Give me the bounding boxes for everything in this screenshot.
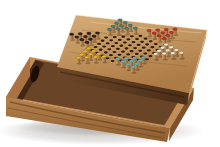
- hole-empty: [121, 36, 125, 38]
- hole-empty: [105, 57, 109, 59]
- peg-top-white: [165, 49, 170, 52]
- hole-empty: [109, 39, 113, 41]
- hole-empty: [135, 53, 139, 55]
- peg-top-black: [85, 41, 90, 44]
- peg-top-white: [170, 52, 175, 55]
- peg-top-black: [92, 35, 97, 38]
- hole-empty: [126, 53, 130, 55]
- peg-top-red: [166, 34, 171, 37]
- hole-empty: [138, 50, 142, 52]
- peg-top-white: [162, 52, 167, 55]
- peg-top-red: [147, 29, 152, 32]
- peg-top-red: [164, 28, 169, 31]
- peg-top-red: [157, 35, 162, 38]
- hole-empty: [113, 36, 117, 38]
- peg-top-yellow: [93, 56, 98, 59]
- peg-top-black: [75, 36, 80, 39]
- peg-top-blue: [115, 57, 120, 60]
- hole-empty: [99, 49, 103, 51]
- hole-empty: [131, 41, 135, 43]
- hole-empty: [133, 47, 137, 49]
- peg-top-green: [118, 19, 123, 22]
- hole-empty: [149, 40, 153, 42]
- hole-empty: [109, 54, 113, 56]
- hole-empty: [104, 36, 108, 38]
- peg-top-blue: [124, 57, 129, 60]
- hole-empty: [150, 46, 154, 48]
- hole-empty: [144, 37, 148, 39]
- peg-top-yellow: [79, 53, 84, 56]
- hole-empty: [104, 51, 108, 53]
- peg-top-green: [114, 22, 119, 25]
- peg-top-black: [87, 32, 92, 35]
- peg-top-yellow: [102, 55, 107, 58]
- hole-empty: [135, 38, 139, 40]
- peg-top-green: [133, 27, 138, 30]
- hole-empty: [118, 54, 122, 56]
- peg-top-black: [69, 33, 74, 36]
- hole-empty: [137, 44, 141, 46]
- peg-top-black: [88, 38, 93, 41]
- peg-top-yellow: [97, 52, 102, 55]
- peg-top-blue: [134, 63, 139, 66]
- peg-top-blue: [121, 60, 126, 63]
- peg-top-red: [155, 29, 160, 32]
- peg-top-red: [161, 31, 166, 34]
- hole-empty: [111, 45, 115, 47]
- peg-top-blue: [133, 57, 138, 60]
- hole-empty: [102, 45, 106, 47]
- peg-top-yellow: [91, 50, 96, 53]
- hole-empty: [114, 42, 118, 44]
- hole-empty: [148, 55, 152, 57]
- hole-empty: [123, 41, 127, 43]
- hole-empty: [143, 52, 147, 54]
- peg-top-black: [95, 32, 100, 35]
- peg-top-white: [164, 43, 169, 46]
- peg-top-blue: [126, 63, 130, 66]
- hole-empty: [145, 43, 149, 45]
- peg-top-green: [107, 28, 112, 31]
- peg-top-white: [153, 53, 158, 56]
- peg-top-green: [116, 28, 121, 31]
- peg-top-black: [80, 38, 85, 41]
- peg-top-blue: [138, 59, 143, 62]
- hole-empty: [142, 47, 146, 49]
- peg-top-yellow: [88, 53, 93, 56]
- peg-top-black: [83, 35, 88, 38]
- peg-top-red: [162, 37, 167, 40]
- product-photo-chinese-checkers: [0, 0, 220, 147]
- peg-top-green: [125, 27, 130, 30]
- hole-empty: [140, 41, 144, 43]
- peg-top-yellow: [84, 56, 89, 59]
- peg-top-green: [128, 24, 133, 27]
- peg-top-white: [179, 51, 184, 54]
- hole-empty: [116, 48, 120, 50]
- hole-empty: [94, 46, 98, 48]
- hole-empty: [97, 43, 101, 45]
- peg-top-red: [173, 28, 178, 31]
- peg-top-blue: [131, 66, 136, 69]
- hole-empty: [147, 49, 151, 51]
- hole-empty: [119, 45, 123, 47]
- peg-top-red: [152, 32, 157, 35]
- peg-top-yellow: [86, 47, 91, 50]
- scene-svg: [0, 0, 220, 147]
- hole-empty: [112, 51, 116, 53]
- peg-top-white: [174, 49, 179, 52]
- hole-empty: [107, 48, 111, 50]
- hole-empty: [138, 35, 142, 37]
- peg-top-yellow: [83, 50, 88, 53]
- peg-top-green: [111, 25, 116, 28]
- hole-empty: [121, 51, 125, 53]
- peg-top-white: [160, 46, 165, 49]
- hole-empty: [130, 50, 134, 52]
- hole-empty: [118, 39, 122, 41]
- peg-top-blue: [141, 56, 146, 59]
- hole-empty: [111, 60, 115, 62]
- hole-empty: [154, 43, 158, 45]
- peg-top-red: [169, 31, 174, 34]
- peg-top-white: [169, 46, 174, 49]
- hole-empty: [125, 47, 129, 49]
- peg-top-white: [157, 50, 162, 53]
- hole-empty: [145, 58, 149, 60]
- peg-top-green: [123, 21, 128, 24]
- peg-top-green: [119, 25, 124, 28]
- hole-empty: [130, 35, 134, 37]
- peg-top-black: [78, 32, 83, 35]
- hole-empty: [126, 38, 130, 40]
- peg-top-blue: [129, 60, 134, 63]
- hole-empty: [101, 40, 105, 42]
- peg-top-yellow: [76, 56, 81, 59]
- hole-empty: [106, 42, 110, 44]
- hole-empty: [128, 44, 132, 46]
